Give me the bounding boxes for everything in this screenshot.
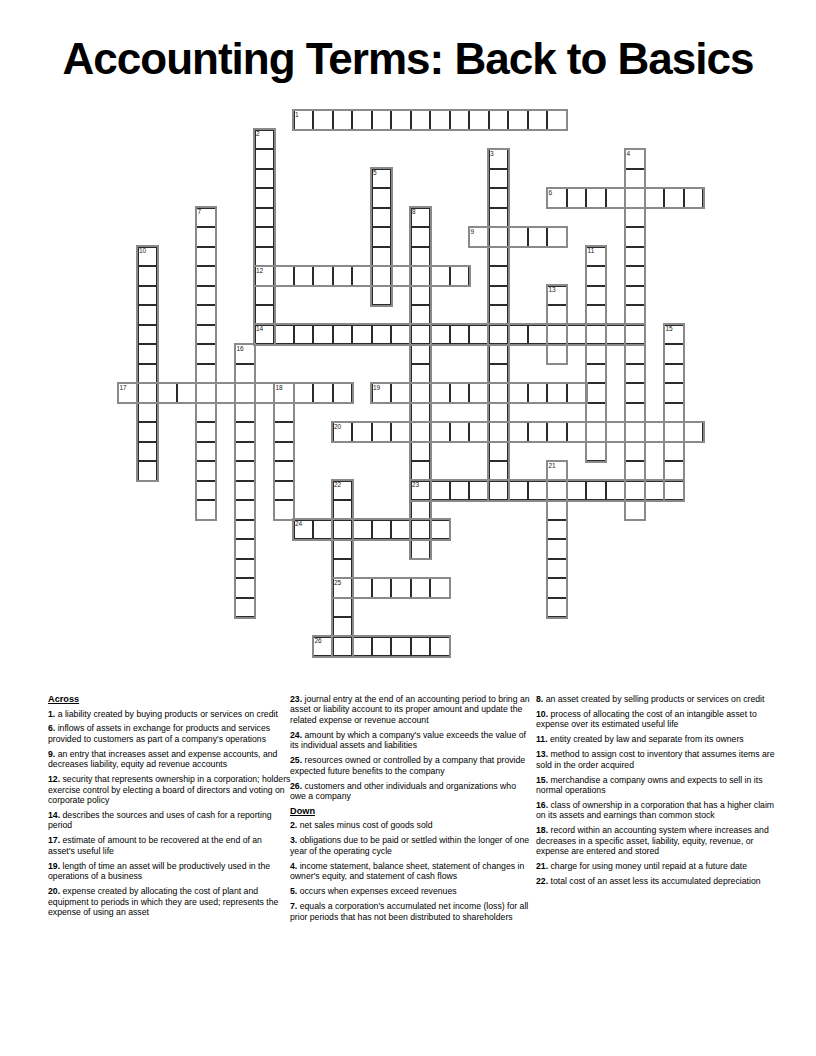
crossword-grid[interactable]: 1234567891011121314151617181920212223242… xyxy=(118,110,703,656)
grid-cell[interactable] xyxy=(430,481,450,501)
grid-cell[interactable] xyxy=(255,169,275,189)
grid-cell[interactable] xyxy=(625,286,645,306)
grid-cell[interactable] xyxy=(625,149,645,169)
grid-cell[interactable] xyxy=(196,461,216,481)
grid-cell[interactable] xyxy=(547,481,567,501)
grid-cell[interactable] xyxy=(547,325,567,345)
grid-cell[interactable] xyxy=(196,305,216,325)
grid-cell[interactable] xyxy=(489,305,509,325)
grid-cell[interactable] xyxy=(411,578,431,598)
grid-cell[interactable] xyxy=(508,110,528,130)
grid-cell[interactable] xyxy=(138,325,158,345)
grid-cell[interactable] xyxy=(411,481,431,501)
grid-cell[interactable] xyxy=(625,364,645,384)
grid-cell[interactable] xyxy=(333,266,353,286)
grid-cell[interactable] xyxy=(411,637,431,657)
grid-cell[interactable] xyxy=(352,578,372,598)
grid-cell[interactable] xyxy=(255,188,275,208)
grid-cell[interactable] xyxy=(235,422,255,442)
grid-cell[interactable] xyxy=(294,325,314,345)
grid-cell[interactable] xyxy=(411,442,431,462)
grid-cell[interactable] xyxy=(352,266,372,286)
grid-cell[interactable] xyxy=(196,442,216,462)
grid-cell[interactable] xyxy=(547,227,567,247)
grid-cell[interactable] xyxy=(196,208,216,228)
grid-cell[interactable] xyxy=(625,325,645,345)
down-header: Down xyxy=(290,806,533,816)
grid-cell[interactable] xyxy=(333,500,353,520)
grid-cell[interactable] xyxy=(138,247,158,267)
grid-cell[interactable] xyxy=(235,344,255,364)
grid-cell[interactable] xyxy=(625,169,645,189)
grid-cell[interactable] xyxy=(372,286,392,306)
clue-column-middle: 23. journal entry at the end of an accou… xyxy=(290,694,533,926)
grid-cell[interactable] xyxy=(625,442,645,462)
grid-cell[interactable] xyxy=(489,149,509,169)
grid-cell[interactable] xyxy=(625,188,645,208)
grid-cell[interactable] xyxy=(625,422,645,442)
grid-cell[interactable] xyxy=(547,383,567,403)
grid-cell[interactable] xyxy=(664,364,684,384)
grid-cell[interactable] xyxy=(274,383,294,403)
grid-cell[interactable] xyxy=(274,461,294,481)
grid-cell[interactable] xyxy=(391,422,411,442)
grid-cell[interactable] xyxy=(528,325,548,345)
grid-cell[interactable] xyxy=(333,539,353,559)
grid-cell[interactable] xyxy=(372,578,392,598)
grid-cell[interactable] xyxy=(372,520,392,540)
grid-cell[interactable] xyxy=(138,383,158,403)
grid-cell[interactable] xyxy=(489,442,509,462)
grid-cell[interactable] xyxy=(313,266,333,286)
grid-cell[interactable] xyxy=(196,227,216,247)
clue-6: 6. inflows of assets in exchange for pro… xyxy=(48,723,291,744)
grid-cell[interactable] xyxy=(235,598,255,618)
grid-cell[interactable] xyxy=(489,383,509,403)
grid-cell[interactable] xyxy=(352,520,372,540)
grid-cell[interactable] xyxy=(313,383,333,403)
grid-cell[interactable] xyxy=(586,344,606,364)
grid-cell[interactable] xyxy=(411,266,431,286)
grid-cell[interactable] xyxy=(372,266,392,286)
grid-cell[interactable] xyxy=(294,383,314,403)
clue-23: 23. journal entry at the end of an accou… xyxy=(290,694,533,725)
grid-cell[interactable] xyxy=(567,422,587,442)
grid-cell[interactable] xyxy=(430,422,450,442)
grid-cell[interactable] xyxy=(313,110,333,130)
grid-cell[interactable] xyxy=(196,325,216,345)
grid-cell[interactable] xyxy=(411,325,431,345)
grid-cell[interactable] xyxy=(469,110,489,130)
grid-cell[interactable] xyxy=(547,305,567,325)
grid-cell[interactable] xyxy=(372,227,392,247)
grid-cell[interactable] xyxy=(567,383,587,403)
grid-cell[interactable] xyxy=(391,520,411,540)
clue-24: 24. amount by which a company's value ex… xyxy=(290,730,533,751)
grid-cell[interactable] xyxy=(469,383,489,403)
grid-cell[interactable] xyxy=(391,110,411,130)
grid-cell[interactable] xyxy=(196,500,216,520)
grid-cell[interactable] xyxy=(372,325,392,345)
grid-cell[interactable] xyxy=(508,481,528,501)
grid-cell[interactable] xyxy=(333,481,353,501)
clue-11: 11. entity created by law and separate f… xyxy=(536,734,779,744)
grid-cell[interactable] xyxy=(235,578,255,598)
grid-cell[interactable] xyxy=(450,481,470,501)
grid-cell[interactable] xyxy=(625,461,645,481)
grid-cell[interactable] xyxy=(645,481,665,501)
grid-cell[interactable] xyxy=(664,188,684,208)
grid-cell[interactable] xyxy=(664,481,684,501)
clue-15: 15. merchandise a company owns and expec… xyxy=(536,775,779,796)
grid-cell[interactable] xyxy=(372,188,392,208)
grid-cell[interactable] xyxy=(255,227,275,247)
grid-cell[interactable] xyxy=(196,344,216,364)
clue-13: 13. method to assign cost to inventory t… xyxy=(536,749,779,770)
grid-cell[interactable] xyxy=(586,422,606,442)
grid-cell[interactable] xyxy=(547,598,567,618)
grid-cell[interactable] xyxy=(333,617,353,637)
grid-cell[interactable] xyxy=(489,266,509,286)
grid-cell[interactable] xyxy=(138,403,158,423)
grid-cell[interactable] xyxy=(274,403,294,423)
grid-cell[interactable] xyxy=(235,461,255,481)
grid-cell[interactable] xyxy=(489,364,509,384)
grid-cell[interactable] xyxy=(430,325,450,345)
clue-10: 10. process of allocating the cost of an… xyxy=(536,709,779,730)
grid-cell[interactable] xyxy=(411,305,431,325)
grid-cell[interactable] xyxy=(450,422,470,442)
grid-cell[interactable] xyxy=(625,305,645,325)
grid-cell[interactable] xyxy=(274,500,294,520)
grid-cell[interactable] xyxy=(118,383,138,403)
grid-cell[interactable] xyxy=(333,637,353,657)
grid-cell[interactable] xyxy=(196,383,216,403)
grid-cell[interactable] xyxy=(294,520,314,540)
grid-cell[interactable] xyxy=(586,383,606,403)
grid-cell[interactable] xyxy=(216,383,236,403)
grid-cell[interactable] xyxy=(352,422,372,442)
grid-cell[interactable] xyxy=(235,539,255,559)
grid-cell[interactable] xyxy=(274,422,294,442)
clue-22: 22. total cost of an asset less its accu… xyxy=(536,876,779,886)
clue-3: 3. obligations due to be paid or settled… xyxy=(290,835,533,856)
grid-cell[interactable] xyxy=(489,461,509,481)
grid-cell[interactable] xyxy=(508,383,528,403)
grid-cell[interactable] xyxy=(430,110,450,130)
grid-cell[interactable] xyxy=(489,481,509,501)
grid-cell[interactable] xyxy=(333,520,353,540)
grid-cell[interactable] xyxy=(664,442,684,462)
grid-cell[interactable] xyxy=(625,247,645,267)
grid-cell[interactable] xyxy=(352,637,372,657)
grid-cell[interactable] xyxy=(606,481,626,501)
grid-cell[interactable] xyxy=(138,286,158,306)
clue-9: 9. an entry that increases asset and exp… xyxy=(48,749,291,770)
grid-cell[interactable] xyxy=(664,461,684,481)
grid-cell[interactable] xyxy=(274,442,294,462)
grid-cell[interactable] xyxy=(333,559,353,579)
grid-cell[interactable] xyxy=(274,481,294,501)
grid-cell[interactable] xyxy=(391,325,411,345)
grid-cell[interactable] xyxy=(196,286,216,306)
crossword-page: Accounting Terms: Back to Basics 1234567… xyxy=(0,0,816,1056)
grid-cell[interactable] xyxy=(138,305,158,325)
grid-cell[interactable] xyxy=(489,247,509,267)
grid-cell[interactable] xyxy=(157,383,177,403)
grid-cell[interactable] xyxy=(450,325,470,345)
grid-cell[interactable] xyxy=(489,286,509,306)
grid-cell[interactable] xyxy=(586,325,606,345)
grid-cell[interactable] xyxy=(255,149,275,169)
grid-cell[interactable] xyxy=(372,637,392,657)
grid-cell[interactable] xyxy=(235,520,255,540)
grid-cell[interactable] xyxy=(372,247,392,267)
across-header: Across xyxy=(48,694,291,704)
grid-cell[interactable] xyxy=(625,227,645,247)
clue-4: 4. income statement, balance sheet, stat… xyxy=(290,861,533,882)
grid-cell[interactable] xyxy=(586,481,606,501)
grid-cell[interactable] xyxy=(235,403,255,423)
grid-cell[interactable] xyxy=(528,481,548,501)
grid-cell[interactable] xyxy=(196,247,216,267)
grid-cell[interactable] xyxy=(313,637,333,657)
grid-cell[interactable] xyxy=(430,520,450,540)
grid-cell[interactable] xyxy=(411,247,431,267)
grid-cell[interactable] xyxy=(391,383,411,403)
clue-8: 8. an asset created by selling products … xyxy=(536,694,779,704)
grid-cell[interactable] xyxy=(372,422,392,442)
grid-cell[interactable] xyxy=(489,403,509,423)
grid-cell[interactable] xyxy=(664,325,684,345)
grid-cell[interactable] xyxy=(333,578,353,598)
grid-cell[interactable] xyxy=(196,364,216,384)
grid-cell[interactable] xyxy=(508,422,528,442)
grid-cell[interactable] xyxy=(255,325,275,345)
grid-cell[interactable] xyxy=(645,422,665,442)
grid-cell[interactable] xyxy=(372,208,392,228)
grid-cell[interactable] xyxy=(450,266,470,286)
clue-19: 19. length of time an asset will be prod… xyxy=(48,861,291,882)
grid-cell[interactable] xyxy=(606,325,626,345)
grid-cell[interactable] xyxy=(138,461,158,481)
grid-cell[interactable] xyxy=(586,266,606,286)
grid-cell[interactable] xyxy=(411,520,431,540)
grid-cell[interactable] xyxy=(372,110,392,130)
clue-26: 26. customers and other individuals and … xyxy=(290,781,533,802)
grid-cell[interactable] xyxy=(450,383,470,403)
grid-cell[interactable] xyxy=(489,344,509,364)
clue-1: 1. a liability created by buying product… xyxy=(48,709,291,719)
grid-cell[interactable] xyxy=(547,520,567,540)
grid-cell[interactable] xyxy=(333,422,353,442)
grid-cell[interactable] xyxy=(469,422,489,442)
clues-section: Across1. a liability created by buying p… xyxy=(48,694,788,994)
clue-column-down: 8. an asset created by selling products … xyxy=(536,694,779,891)
grid-cell[interactable] xyxy=(235,383,255,403)
grid-cell[interactable] xyxy=(391,578,411,598)
grid-cell[interactable] xyxy=(547,539,567,559)
grid-cell[interactable] xyxy=(528,383,548,403)
clue-2: 2. net sales minus cost of goods sold xyxy=(290,820,533,830)
grid-cell[interactable] xyxy=(235,559,255,579)
grid-cell[interactable] xyxy=(352,110,372,130)
clue-14: 14. describes the sources and uses of ca… xyxy=(48,810,291,831)
grid-cell[interactable] xyxy=(489,227,509,247)
grid-cell[interactable] xyxy=(274,325,294,345)
grid-cell[interactable] xyxy=(547,344,567,364)
grid-cell[interactable] xyxy=(196,481,216,501)
grid-cell[interactable] xyxy=(333,598,353,618)
clue-12: 12. security that represents ownership i… xyxy=(48,774,291,805)
grid-cell[interactable] xyxy=(411,383,431,403)
grid-cell[interactable] xyxy=(333,383,353,403)
grid-cell[interactable] xyxy=(235,481,255,501)
grid-cell[interactable] xyxy=(196,403,216,423)
grid-cell[interactable] xyxy=(547,110,567,130)
grid-cell[interactable] xyxy=(586,442,606,462)
grid-cell[interactable] xyxy=(547,422,567,442)
grid-cell[interactable] xyxy=(430,266,450,286)
grid-cell[interactable] xyxy=(586,188,606,208)
clue-18: 18. record within an accounting system w… xyxy=(536,825,779,856)
grid-cell[interactable] xyxy=(391,637,411,657)
grid-cell[interactable] xyxy=(138,442,158,462)
grid-cell[interactable] xyxy=(625,208,645,228)
grid-cell[interactable] xyxy=(352,325,372,345)
grid-cell[interactable] xyxy=(196,266,216,286)
grid-cell[interactable] xyxy=(411,500,431,520)
grid-cell[interactable] xyxy=(255,130,275,150)
grid-cell[interactable] xyxy=(528,227,548,247)
clue-7: 7. equals a corporation's accumulated ne… xyxy=(290,901,533,922)
grid-cell[interactable] xyxy=(235,442,255,462)
grid-cell[interactable] xyxy=(489,188,509,208)
grid-cell[interactable] xyxy=(372,383,392,403)
grid-cell[interactable] xyxy=(138,344,158,364)
grid-cell[interactable] xyxy=(138,422,158,442)
grid-cell[interactable] xyxy=(547,286,567,306)
clue-21: 21. charge for using money until repaid … xyxy=(536,861,779,871)
clue-17: 17. estimate of amount to be recovered a… xyxy=(48,835,291,856)
grid-cell[interactable] xyxy=(567,188,587,208)
grid-cell[interactable] xyxy=(469,227,489,247)
grid-cell[interactable] xyxy=(586,403,606,423)
grid-cell[interactable] xyxy=(313,520,333,540)
grid-cell[interactable] xyxy=(430,637,450,657)
grid-cell[interactable] xyxy=(586,247,606,267)
grid-cell[interactable] xyxy=(255,305,275,325)
grid-cell[interactable] xyxy=(625,403,645,423)
grid-cell[interactable] xyxy=(489,110,509,130)
grid-cell[interactable] xyxy=(547,461,567,481)
grid-cell[interactable] xyxy=(684,188,704,208)
grid-cell[interactable] xyxy=(177,383,197,403)
grid-cell[interactable] xyxy=(196,422,216,442)
grid-cell[interactable] xyxy=(586,286,606,306)
grid-cell[interactable] xyxy=(664,344,684,364)
grid-cell[interactable] xyxy=(625,383,645,403)
grid-cell[interactable] xyxy=(411,110,431,130)
grid-cell[interactable] xyxy=(489,169,509,189)
grid-cell[interactable] xyxy=(586,305,606,325)
grid-cell[interactable] xyxy=(411,422,431,442)
grid-cell[interactable] xyxy=(547,188,567,208)
grid-cell[interactable] xyxy=(450,110,470,130)
grid-cell[interactable] xyxy=(528,110,548,130)
grid-cell[interactable] xyxy=(508,227,528,247)
grid-cell[interactable] xyxy=(489,208,509,228)
grid-cell[interactable] xyxy=(255,266,275,286)
grid-cell[interactable] xyxy=(138,364,158,384)
grid-cell[interactable] xyxy=(411,286,431,306)
grid-cell[interactable] xyxy=(625,500,645,520)
grid-cell[interactable] xyxy=(411,227,431,247)
grid-cell[interactable] xyxy=(313,325,333,345)
grid-cell[interactable] xyxy=(528,422,548,442)
clue-16: 16. class of ownership in a corporation … xyxy=(536,800,779,821)
grid-cell[interactable] xyxy=(411,461,431,481)
grid-cell[interactable] xyxy=(294,266,314,286)
grid-cell[interactable] xyxy=(489,422,509,442)
grid-cell[interactable] xyxy=(235,364,255,384)
grid-cell[interactable] xyxy=(489,325,509,345)
grid-cell[interactable] xyxy=(411,364,431,384)
grid-cell[interactable] xyxy=(625,481,645,501)
grid-cell[interactable] xyxy=(255,286,275,306)
grid-cell[interactable] xyxy=(469,325,489,345)
grid-cell[interactable] xyxy=(411,539,431,559)
grid-cell[interactable] xyxy=(547,559,567,579)
grid-cell[interactable] xyxy=(333,110,353,130)
grid-cell[interactable] xyxy=(567,481,587,501)
clue-5: 5. occurs when expenses exceed revenues xyxy=(290,886,533,896)
grid-cell[interactable] xyxy=(547,500,567,520)
grid-cell[interactable] xyxy=(391,266,411,286)
grid-cell[interactable] xyxy=(684,422,704,442)
grid-cell[interactable] xyxy=(333,325,353,345)
grid-cell[interactable] xyxy=(645,188,665,208)
grid-cell[interactable] xyxy=(411,344,431,364)
grid-cell[interactable] xyxy=(664,383,684,403)
grid-cell[interactable] xyxy=(606,422,626,442)
grid-cell[interactable] xyxy=(411,403,431,423)
grid-cell[interactable] xyxy=(430,578,450,598)
grid-cell[interactable] xyxy=(606,188,626,208)
grid-cell[interactable] xyxy=(255,208,275,228)
grid-cell[interactable] xyxy=(508,325,528,345)
grid-cell[interactable] xyxy=(625,344,645,364)
grid-cell[interactable] xyxy=(586,364,606,384)
clue-25: 25. resources owned or controlled by a c… xyxy=(290,755,533,776)
grid-cell[interactable] xyxy=(255,247,275,267)
grid-cell[interactable] xyxy=(547,578,567,598)
grid-cell[interactable] xyxy=(255,383,275,403)
grid-cell[interactable] xyxy=(372,169,392,189)
grid-cell[interactable] xyxy=(138,266,158,286)
grid-cell[interactable] xyxy=(430,383,450,403)
grid-cell[interactable] xyxy=(469,481,489,501)
grid-cell[interactable] xyxy=(664,422,684,442)
grid-cell[interactable] xyxy=(664,403,684,423)
grid-cell[interactable] xyxy=(625,266,645,286)
grid-cell[interactable] xyxy=(411,208,431,228)
grid-cell[interactable] xyxy=(294,110,314,130)
grid-cell[interactable] xyxy=(274,266,294,286)
page-title: Accounting Terms: Back to Basics xyxy=(0,34,816,84)
grid-cell[interactable] xyxy=(567,325,587,345)
grid-cell[interactable] xyxy=(235,500,255,520)
